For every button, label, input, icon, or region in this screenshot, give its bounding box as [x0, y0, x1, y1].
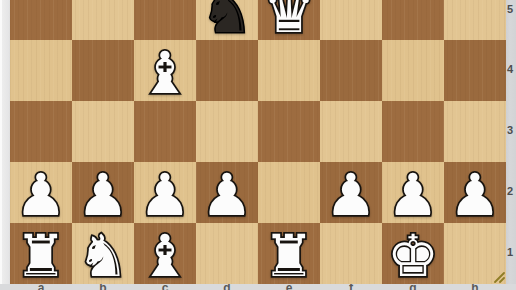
square-h5[interactable]: [444, 0, 506, 40]
white-pawn-h2[interactable]: ♟♟: [444, 167, 506, 223]
square-a1[interactable]: ♜♜: [10, 223, 72, 284]
square-a2[interactable]: ♟♟: [10, 162, 72, 223]
board-resize-handle[interactable]: [492, 270, 505, 283]
bishop-glyph: ♝: [134, 228, 196, 284]
pawn-glyph: ♟: [10, 167, 72, 223]
king-glyph: ♚: [382, 228, 444, 284]
square-d1[interactable]: [196, 223, 258, 284]
square-d2[interactable]: ♟♟: [196, 162, 258, 223]
square-h3[interactable]: [444, 101, 506, 162]
square-d4[interactable]: [196, 40, 258, 101]
square-c3[interactable]: [134, 101, 196, 162]
square-g4[interactable]: [382, 40, 444, 101]
square-b1[interactable]: ♞♞: [72, 223, 134, 284]
square-c2[interactable]: ♟♟: [134, 162, 196, 223]
black-knight-d5[interactable]: ♞♞: [196, 0, 258, 40]
pawn-glyph: ♟: [196, 167, 258, 223]
square-c4[interactable]: ♝♝: [134, 40, 196, 101]
square-g1[interactable]: ♚♚: [382, 223, 444, 284]
square-f3[interactable]: [320, 101, 382, 162]
square-e5[interactable]: ♛♛: [258, 0, 320, 40]
square-b2[interactable]: ♟♟: [72, 162, 134, 223]
file-label-f: f: [341, 284, 361, 290]
chess-board: ♞♞♛♛♝♝♟♟♟♟♟♟♟♟♟♟♟♟♟♟♜♜♞♞♝♝♜♜♚♚: [10, 0, 506, 284]
rook-glyph: ♜: [258, 228, 320, 284]
chess-board-screenshot: ♞♞♛♛♝♝♟♟♟♟♟♟♟♟♟♟♟♟♟♟♜♜♞♞♝♝♜♜♚♚ abcdefgh …: [0, 0, 516, 290]
pawn-glyph: ♟: [382, 167, 444, 223]
square-g5[interactable]: [382, 0, 444, 40]
white-pawn-d2[interactable]: ♟♟: [196, 167, 258, 223]
square-f1[interactable]: [320, 223, 382, 284]
square-f5[interactable]: [320, 0, 382, 40]
square-h4[interactable]: [444, 40, 506, 101]
pawn-glyph: ♟: [134, 167, 196, 223]
square-f4[interactable]: [320, 40, 382, 101]
square-a4[interactable]: [10, 40, 72, 101]
white-pawn-f2[interactable]: ♟♟: [320, 167, 382, 223]
square-b5[interactable]: [72, 0, 134, 40]
square-e4[interactable]: [258, 40, 320, 101]
square-a5[interactable]: [10, 0, 72, 40]
square-a3[interactable]: [10, 101, 72, 162]
pawn-glyph: ♟: [320, 167, 382, 223]
square-e3[interactable]: [258, 101, 320, 162]
pawn-glyph: ♟: [444, 167, 506, 223]
rank-label-5: 5: [507, 3, 516, 16]
white-king-g1[interactable]: ♚♚: [382, 228, 444, 284]
white-rook-e1[interactable]: ♜♜: [258, 228, 320, 284]
rank-label-2: 2: [507, 185, 516, 198]
square-c1[interactable]: ♝♝: [134, 223, 196, 284]
square-b3[interactable]: [72, 101, 134, 162]
page-left-gutter: [0, 0, 10, 290]
square-e2[interactable]: [258, 162, 320, 223]
white-pawn-g2[interactable]: ♟♟: [382, 167, 444, 223]
rank-label-1: 1: [507, 246, 516, 259]
white-bishop-c4[interactable]: ♝♝: [134, 45, 196, 101]
square-h2[interactable]: ♟♟: [444, 162, 506, 223]
white-knight-b1[interactable]: ♞♞: [72, 228, 134, 284]
file-label-h: h: [465, 284, 485, 290]
white-bishop-c1[interactable]: ♝♝: [134, 228, 196, 284]
square-d5[interactable]: ♞♞: [196, 0, 258, 40]
square-d3[interactable]: [196, 101, 258, 162]
square-c5[interactable]: [134, 0, 196, 40]
pawn-glyph: ♟: [72, 167, 134, 223]
square-f2[interactable]: ♟♟: [320, 162, 382, 223]
white-pawn-a2[interactable]: ♟♟: [10, 167, 72, 223]
square-h1[interactable]: [444, 223, 506, 284]
square-g2[interactable]: ♟♟: [382, 162, 444, 223]
white-pawn-c2[interactable]: ♟♟: [134, 167, 196, 223]
white-queen-e5[interactable]: ♛♛: [258, 0, 320, 40]
bishop-glyph: ♝: [134, 45, 196, 101]
file-label-d: d: [217, 284, 237, 290]
square-g3[interactable]: [382, 101, 444, 162]
rook-glyph: ♜: [10, 228, 72, 284]
white-rook-a1[interactable]: ♜♜: [10, 228, 72, 284]
white-pawn-b2[interactable]: ♟♟: [72, 167, 134, 223]
knight-glyph: ♞: [72, 228, 134, 284]
rank-label-3: 3: [507, 124, 516, 137]
square-e1[interactable]: ♜♜: [258, 223, 320, 284]
queen-glyph: ♛: [258, 0, 320, 40]
square-b4[interactable]: [72, 40, 134, 101]
rank-label-4: 4: [507, 63, 516, 76]
knight-glyph: ♞: [196, 0, 258, 40]
